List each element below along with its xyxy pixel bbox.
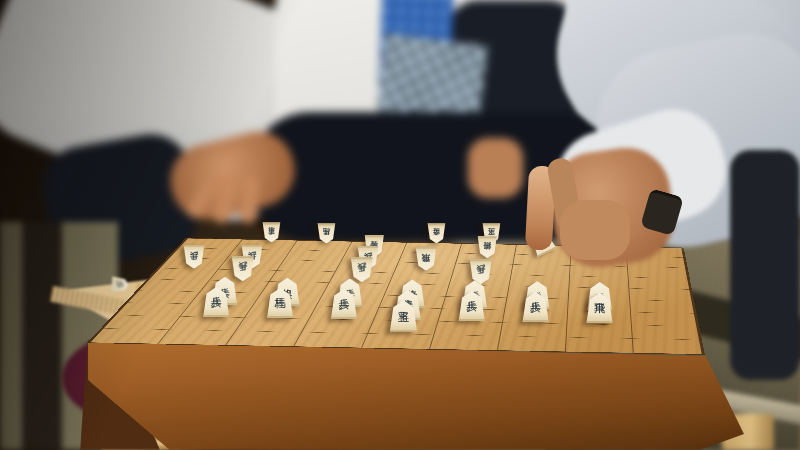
knuckles	[560, 200, 630, 260]
near-player-fingers	[0, 0, 800, 450]
wristwatch	[640, 188, 684, 236]
shogi-match-photo: 歩 香車桂馬金将王将金将銀将歩兵歩兵歩兵飛車歩兵歩兵歩兵歩兵銀将歩兵金将歩兵歩兵…	[0, 0, 800, 450]
